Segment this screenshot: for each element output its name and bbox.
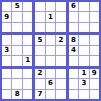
cell-empty-r9c5[interactable] [46, 90, 55, 99]
cell-empty-r5c4[interactable] [35, 46, 44, 55]
cell-empty-r8c6[interactable] [56, 79, 65, 88]
sudoku-box-r0c0: 59 [2, 2, 32, 32]
cell-empty-r9c7[interactable] [69, 90, 78, 99]
cell-empty-r5c8[interactable] [79, 46, 88, 55]
cell-given-r9c4[interactable]: 7 [35, 90, 44, 99]
cell-empty-r3c8[interactable] [79, 23, 88, 32]
cell-empty-r3c5[interactable] [46, 23, 55, 32]
cell-empty-r2c8[interactable] [79, 12, 88, 21]
sudoku-box-r0c2: 6 [69, 2, 99, 32]
cell-empty-r8c2[interactable] [12, 79, 21, 88]
cell-empty-r9c9[interactable] [90, 90, 99, 99]
cell-empty-r5c6[interactable] [56, 46, 65, 55]
cell-given-r2c1[interactable]: 9 [2, 12, 11, 21]
cell-empty-r6c1[interactable] [2, 56, 11, 65]
sudoku-box-r2c0: 8 [2, 69, 32, 99]
cell-empty-r3c7[interactable] [69, 23, 78, 32]
cell-empty-r2c2[interactable] [12, 12, 21, 21]
cell-empty-r7c7[interactable] [69, 69, 78, 78]
cell-empty-r2c7[interactable] [69, 12, 78, 21]
cell-given-r5c7[interactable]: 4 [69, 46, 78, 55]
cell-empty-r3c3[interactable] [23, 23, 32, 32]
cell-empty-r4c8[interactable] [79, 35, 88, 44]
cell-empty-r7c1[interactable] [2, 69, 11, 78]
cell-given-r8c5[interactable]: 6 [46, 79, 55, 88]
cell-given-r5c1[interactable]: 3 [2, 46, 11, 55]
cell-empty-r3c1[interactable] [2, 23, 11, 32]
cell-given-r7c4[interactable]: 2 [35, 69, 44, 78]
cell-empty-r9c6[interactable] [56, 90, 65, 99]
cell-empty-r1c9[interactable] [90, 2, 99, 11]
cell-empty-r5c2[interactable] [12, 46, 21, 55]
cell-given-r7c9[interactable]: 9 [90, 69, 99, 78]
cell-empty-r8c3[interactable] [23, 79, 32, 88]
sudoku-box-r0c1: 1 [35, 2, 65, 32]
cell-empty-r2c3[interactable] [23, 12, 32, 21]
cell-empty-r5c3[interactable] [23, 46, 32, 55]
cell-given-r4c6[interactable]: 2 [56, 35, 65, 44]
cell-empty-r1c8[interactable] [79, 2, 88, 11]
cell-empty-r1c1[interactable] [2, 2, 11, 11]
cell-given-r6c3[interactable]: 1 [23, 56, 32, 65]
cell-empty-r4c2[interactable] [12, 35, 21, 44]
cell-empty-r6c4[interactable] [35, 56, 44, 65]
cell-empty-r7c2[interactable] [12, 69, 21, 78]
cell-empty-r3c4[interactable] [35, 23, 44, 32]
cell-given-r1c2[interactable]: 5 [12, 2, 21, 11]
cell-empty-r2c4[interactable] [35, 12, 44, 21]
sudoku-box-r1c0: 31 [2, 35, 32, 65]
cell-empty-r9c8[interactable] [79, 90, 88, 99]
cell-empty-r9c3[interactable] [23, 90, 32, 99]
cell-empty-r6c7[interactable] [69, 56, 78, 65]
cell-empty-r3c6[interactable] [56, 23, 65, 32]
cell-given-r7c8[interactable]: 1 [79, 69, 88, 78]
cell-empty-r5c5[interactable] [46, 46, 55, 55]
cell-empty-r8c4[interactable] [35, 79, 44, 88]
cell-given-r9c2[interactable]: 8 [12, 90, 21, 99]
cell-given-r2c5[interactable]: 1 [46, 12, 55, 21]
cell-empty-r3c9[interactable] [90, 23, 99, 32]
cell-given-r8c8[interactable]: 3 [79, 79, 88, 88]
cell-given-r4c4[interactable]: 5 [35, 35, 44, 44]
cell-empty-r7c3[interactable] [23, 69, 32, 78]
cell-empty-r2c6[interactable] [56, 12, 65, 21]
cell-empty-r7c5[interactable] [46, 69, 55, 78]
cell-empty-r4c5[interactable] [46, 35, 55, 44]
cell-empty-r6c6[interactable] [56, 56, 65, 65]
cell-empty-r6c8[interactable] [79, 56, 88, 65]
cell-empty-r3c2[interactable] [12, 23, 21, 32]
cell-empty-r6c5[interactable] [46, 56, 55, 65]
cell-empty-r6c9[interactable] [90, 56, 99, 65]
cell-empty-r1c4[interactable] [35, 2, 44, 11]
cell-empty-r8c7[interactable] [69, 79, 78, 88]
cell-empty-r5c9[interactable] [90, 46, 99, 55]
cell-empty-r6c2[interactable] [12, 56, 21, 65]
cell-empty-r4c3[interactable] [23, 35, 32, 44]
sudoku-box-r2c2: 193 [69, 69, 99, 99]
cell-given-r1c7[interactable]: 6 [69, 2, 78, 11]
cell-empty-r1c5[interactable] [46, 2, 55, 11]
sudoku-box-r1c1: 52 [35, 35, 65, 65]
cell-empty-r1c6[interactable] [56, 2, 65, 11]
cell-empty-r4c9[interactable] [90, 35, 99, 44]
cell-empty-r7c6[interactable] [56, 69, 65, 78]
cell-empty-r8c9[interactable] [90, 79, 99, 88]
sudoku-box-r1c2: 84 [69, 35, 99, 65]
cell-empty-r2c9[interactable] [90, 12, 99, 21]
cell-empty-r8c1[interactable] [2, 79, 11, 88]
sudoku-box-r2c1: 267 [35, 69, 65, 99]
sudoku-board: 59163152848267193 [0, 0, 101, 101]
cell-empty-r9c1[interactable] [2, 90, 11, 99]
cell-empty-r1c3[interactable] [23, 2, 32, 11]
cell-empty-r4c1[interactable] [2, 35, 11, 44]
cell-given-r4c7[interactable]: 8 [69, 35, 78, 44]
